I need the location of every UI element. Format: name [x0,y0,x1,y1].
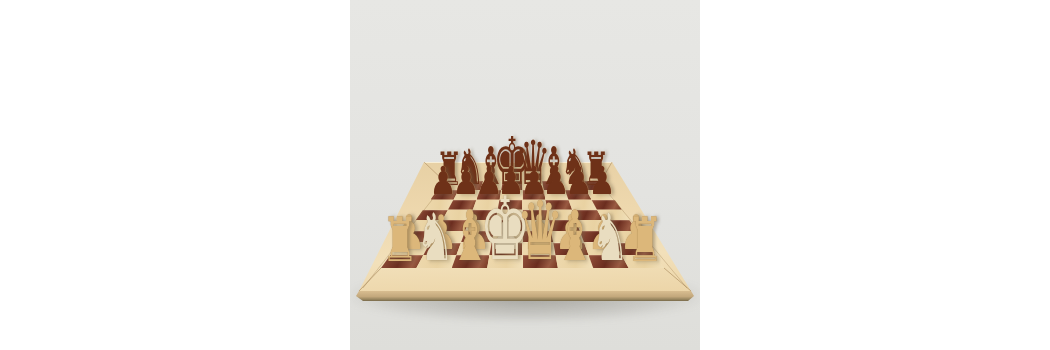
product-photo[interactable]: ♜♞♝♚♛♝♞♜♟♟♟♟♟♟♟♟♟♟♟♟♟♟♟♟♜♞♝♚♛♝♞♜ ♛♚ [350,0,700,350]
light-rook-a1: ♜ [382,209,418,270]
product-image-canvas: ♜♞♝♚♛♝♞♜♟♟♟♟♟♟♟♟♟♟♟♟♟♟♟♟♜♞♝♚♛♝♞♜ ♛♚ [0,0,1050,350]
light-rook-h1: ♜ [626,209,662,270]
light-knight-g1: ♞ [590,206,629,271]
light-bishop-f1: ♝ [554,202,595,271]
chess-pieces: ♜♞♝♚♛♝♞♜♟♟♟♟♟♟♟♟♟♟♟♟♟♟♟♟♜♞♝♚♛♝♞♜ [350,0,700,350]
